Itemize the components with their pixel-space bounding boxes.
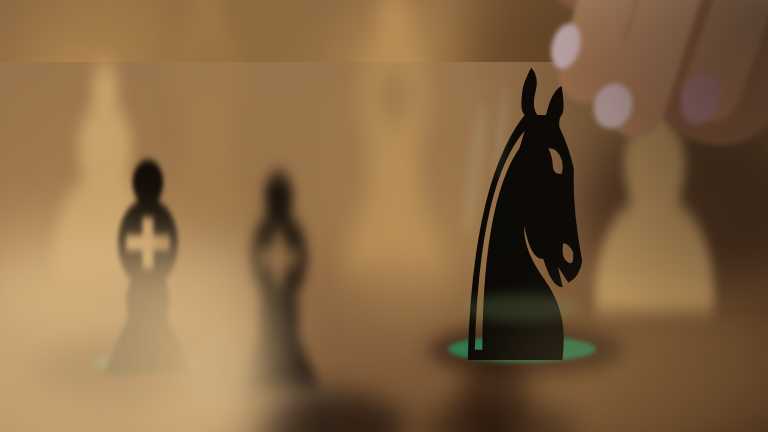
chess-photo-scene: ♝♝♟♟♝♝♞	[0, 0, 768, 432]
hand	[520, 0, 768, 215]
